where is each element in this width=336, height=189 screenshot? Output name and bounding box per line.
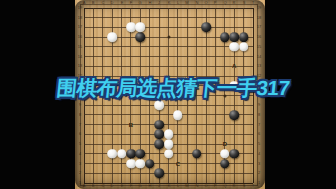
title-overlay: 围棋布局选点猜下一手317 xyxy=(55,75,290,101)
coordinate-label: 8 xyxy=(258,113,260,117)
white-stone xyxy=(107,32,117,42)
coordinate-label: K xyxy=(167,184,170,188)
marker-label-c: C xyxy=(176,161,180,167)
video-frame: AABBCCDDEEFFGGHHJJKKLLMMNNOOPPQQRRSSTT19… xyxy=(0,0,336,189)
coordinate-label: A xyxy=(83,1,86,5)
white-stone xyxy=(173,110,183,120)
coordinate-label: O xyxy=(204,1,207,5)
coordinate-label: N xyxy=(195,184,198,188)
coordinate-label: 18 xyxy=(77,16,81,20)
coordinate-label: 2 xyxy=(78,171,80,175)
white-stone xyxy=(164,130,174,140)
coordinate-label: S xyxy=(242,1,245,5)
black-stone xyxy=(154,139,164,149)
marker-label-d: D xyxy=(223,141,227,147)
coordinate-label: H xyxy=(148,1,151,5)
coordinate-label: J xyxy=(158,184,160,188)
coordinate-label: F xyxy=(130,184,132,188)
coordinate-label: C xyxy=(101,1,104,5)
white-stone xyxy=(136,159,146,169)
coordinate-label: 14 xyxy=(257,55,261,59)
black-stone xyxy=(220,32,230,42)
black-stone xyxy=(229,32,239,42)
white-stone xyxy=(220,149,230,159)
coordinate-label: G xyxy=(139,184,142,188)
coordinate-label: A xyxy=(83,184,86,188)
black-stone xyxy=(220,159,230,169)
coordinate-label: R xyxy=(233,184,236,188)
star-point xyxy=(167,36,170,39)
coordinate-label: E xyxy=(120,1,123,5)
black-stone xyxy=(154,168,164,178)
marker-label-b: B xyxy=(129,122,133,128)
grid-line-horizontal xyxy=(84,114,253,115)
coordinate-label: E xyxy=(120,184,123,188)
coordinate-label: L xyxy=(177,184,179,188)
black-stone xyxy=(154,120,164,130)
coordinate-label: N xyxy=(195,1,198,5)
coordinate-label: 7 xyxy=(258,123,260,127)
coordinate-label: 6 xyxy=(258,132,260,136)
coordinate-label: 15 xyxy=(77,45,81,49)
coordinate-label: R xyxy=(233,1,236,5)
coordinate-label: 14 xyxy=(77,55,81,59)
coordinate-label: 6 xyxy=(78,132,80,136)
coordinate-label: 17 xyxy=(77,25,81,29)
coordinate-label: T xyxy=(252,184,254,188)
coordinate-label: C xyxy=(101,184,104,188)
coordinate-label: 19 xyxy=(77,6,81,10)
coordinate-label: 16 xyxy=(77,35,81,39)
black-stone xyxy=(154,130,164,140)
white-stone xyxy=(126,159,136,169)
coordinate-label: J xyxy=(158,1,160,5)
coordinate-label: F xyxy=(130,1,132,5)
coordinate-label: 4 xyxy=(78,152,80,156)
black-stone xyxy=(229,149,239,159)
white-stone xyxy=(107,149,117,159)
white-stone xyxy=(136,23,146,33)
white-stone xyxy=(239,42,249,52)
white-stone xyxy=(126,23,136,33)
coordinate-label: 1 xyxy=(258,181,260,185)
grid-line-horizontal xyxy=(84,173,253,174)
coordinate-label: 9 xyxy=(78,103,80,107)
black-stone xyxy=(192,149,202,159)
black-stone xyxy=(136,149,146,159)
coordinate-label: S xyxy=(242,184,245,188)
coordinate-label: T xyxy=(252,1,254,5)
coordinate-label: 17 xyxy=(257,25,261,29)
white-stone xyxy=(229,42,239,52)
coordinate-label: G xyxy=(139,1,142,5)
coordinate-label: Q xyxy=(223,184,226,188)
black-stone xyxy=(239,32,249,42)
black-stone xyxy=(229,110,239,120)
coordinate-label: 13 xyxy=(77,64,81,68)
coordinate-label: H xyxy=(148,184,151,188)
marker-label-a: A xyxy=(232,63,236,69)
coordinate-label: 19 xyxy=(257,6,261,10)
white-stone xyxy=(154,100,164,110)
coordinate-label: 3 xyxy=(78,162,80,166)
coordinate-label: B xyxy=(92,1,95,5)
coordinate-label: D xyxy=(111,184,114,188)
coordinate-label: M xyxy=(186,1,189,5)
coordinate-label: 1 xyxy=(78,181,80,185)
grid-line-horizontal xyxy=(84,124,253,125)
coordinate-label: Q xyxy=(223,1,226,5)
coordinate-label: 3 xyxy=(258,162,260,166)
coordinate-label: 9 xyxy=(258,103,260,107)
coordinate-label: 18 xyxy=(257,16,261,20)
coordinate-label: 13 xyxy=(257,64,261,68)
white-stone xyxy=(117,149,127,159)
white-stone xyxy=(164,149,174,159)
grid-line-horizontal xyxy=(84,105,253,106)
coordinate-label: 2 xyxy=(258,171,260,175)
black-stone xyxy=(136,32,146,42)
coordinate-label: L xyxy=(177,1,179,5)
coordinate-label: K xyxy=(167,1,170,5)
coordinate-label: D xyxy=(111,1,114,5)
coordinate-label: 7 xyxy=(78,123,80,127)
coordinate-label: 16 xyxy=(257,35,261,39)
coordinate-label: 8 xyxy=(78,113,80,117)
coordinate-label: B xyxy=(92,184,95,188)
coordinate-label: 5 xyxy=(78,142,80,146)
coordinate-label: M xyxy=(186,184,189,188)
coordinate-label: O xyxy=(204,184,207,188)
coordinate-label: 5 xyxy=(258,142,260,146)
black-stone xyxy=(126,149,136,159)
black-stone xyxy=(145,159,155,169)
black-stone xyxy=(201,23,211,33)
white-stone xyxy=(164,139,174,149)
coordinate-label: 4 xyxy=(258,152,260,156)
coordinate-label: 15 xyxy=(257,45,261,49)
